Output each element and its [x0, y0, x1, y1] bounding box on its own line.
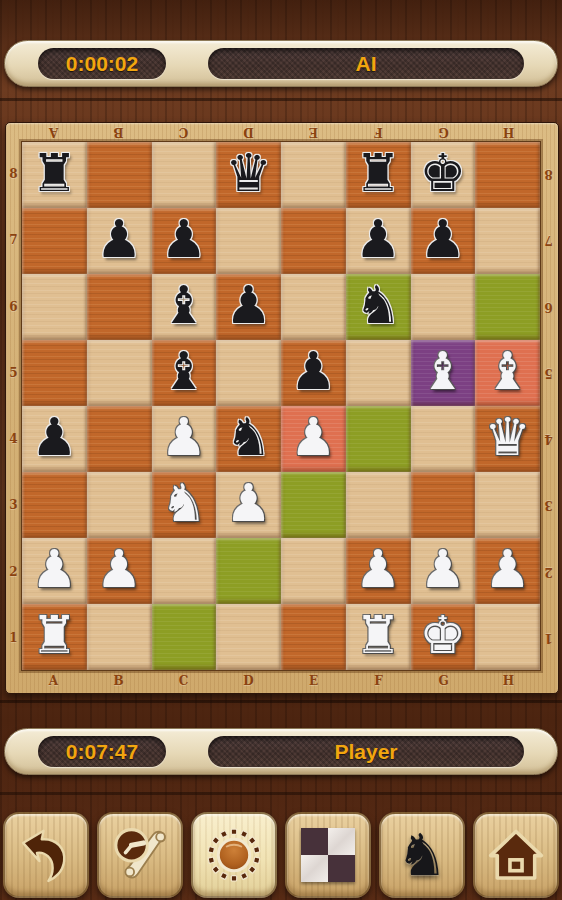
file-label-b: B	[86, 671, 151, 691]
opponent-timer: 0:00:02	[38, 48, 166, 79]
square-g7[interactable]: ♟	[411, 208, 476, 274]
rank-label-1: 1	[6, 605, 21, 671]
rank-label-6: 6	[541, 274, 556, 340]
piece-black-knight: ♞	[225, 411, 272, 463]
square-f7[interactable]: ♟	[346, 208, 411, 274]
square-e2[interactable]	[281, 538, 346, 604]
square-h8[interactable]	[475, 142, 540, 208]
rank-label-7: 7	[6, 207, 21, 273]
square-f2[interactable]: ♟	[346, 538, 411, 604]
square-f5[interactable]	[346, 340, 411, 406]
file-label-a: A	[21, 671, 86, 691]
player-timer: 0:07:47	[38, 736, 166, 767]
rank-label-2: 2	[6, 539, 21, 605]
piece-white-queen: ♛	[484, 411, 531, 463]
rank-labels-left: 87654321	[6, 141, 21, 671]
piece-black-pawn: ♟	[31, 411, 78, 463]
square-f8[interactable]: ♜	[346, 142, 411, 208]
square-g6[interactable]	[411, 274, 476, 340]
square-g8[interactable]: ♚	[411, 142, 476, 208]
square-b4[interactable]	[87, 406, 152, 472]
piece-black-knight: ♞	[355, 279, 402, 331]
file-label-b: B	[86, 123, 151, 141]
rank-labels-right: 87654321	[541, 141, 556, 671]
rank-label-5: 5	[541, 340, 556, 406]
square-e5[interactable]: ♟	[281, 340, 346, 406]
toolbar: ♞	[3, 812, 559, 898]
square-e3[interactable]	[281, 472, 346, 538]
rank-label-3: 3	[541, 472, 556, 538]
settings-button[interactable]	[191, 812, 277, 898]
square-c4[interactable]: ♟	[152, 406, 217, 472]
square-h6[interactable]	[475, 274, 540, 340]
rank-label-7: 7	[541, 207, 556, 273]
square-d6[interactable]: ♟	[216, 274, 281, 340]
undo-arrow-icon	[17, 826, 75, 884]
rank-label-4: 4	[6, 406, 21, 472]
square-g3[interactable]	[411, 472, 476, 538]
piece-white-pawn: ♟	[31, 543, 78, 595]
piece-white-pawn: ♟	[355, 543, 402, 595]
rank-label-4: 4	[541, 406, 556, 472]
file-label-a: A	[21, 123, 86, 141]
square-b8[interactable]	[87, 142, 152, 208]
chess-board[interactable]: ♜♛♜♚♟♟♟♟♝♟♞♝♟♝♝♟♟♞♟♛♞♟♟♟♟♟♟♜♜♚	[21, 141, 541, 671]
piece-white-pawn: ♟	[225, 477, 272, 529]
square-a6[interactable]	[22, 274, 87, 340]
piece-black-pawn: ♟	[161, 213, 208, 265]
square-c2[interactable]	[152, 538, 217, 604]
file-labels-bottom: ABCDEFGH	[21, 671, 541, 691]
file-label-f: F	[346, 123, 411, 141]
square-d8[interactable]: ♛	[216, 142, 281, 208]
square-d7[interactable]	[216, 208, 281, 274]
file-label-c: C	[151, 671, 216, 691]
square-c1[interactable]	[152, 604, 217, 670]
file-label-d: D	[216, 671, 281, 691]
file-label-h: H	[476, 123, 541, 141]
square-c6[interactable]: ♝	[152, 274, 217, 340]
piece-white-bishop: ♝	[420, 345, 467, 397]
square-d5[interactable]	[216, 340, 281, 406]
square-b5[interactable]	[87, 340, 152, 406]
square-e4[interactable]: ♟	[281, 406, 346, 472]
file-labels-top: ABCDEFGH	[21, 123, 541, 141]
square-h4[interactable]: ♛	[475, 406, 540, 472]
rank-label-8: 8	[541, 141, 556, 207]
square-f1[interactable]: ♜	[346, 604, 411, 670]
square-a8[interactable]: ♜	[22, 142, 87, 208]
file-label-d: D	[216, 123, 281, 141]
chess-board-frame: ABCDEFGH 87654321 ♜♛♜♚♟♟♟♟♝♟♞♝♟♝♝♟♟♞♟♛♞♟…	[5, 122, 559, 694]
file-label-e: E	[281, 123, 346, 141]
piece-black-bishop: ♝	[161, 279, 208, 331]
piece-black-pawn: ♟	[225, 279, 272, 331]
file-label-e: E	[281, 671, 346, 691]
piece-white-pawn: ♟	[290, 411, 337, 463]
piece-white-pawn: ♟	[420, 543, 467, 595]
file-label-g: G	[411, 123, 476, 141]
square-a5[interactable]	[22, 340, 87, 406]
piece-white-rook: ♜	[31, 609, 78, 661]
square-a4[interactable]: ♟	[22, 406, 87, 472]
rank-label-5: 5	[6, 340, 21, 406]
square-b6[interactable]	[87, 274, 152, 340]
square-a1[interactable]: ♜	[22, 604, 87, 670]
square-b7[interactable]: ♟	[87, 208, 152, 274]
piece-black-pawn: ♟	[96, 213, 143, 265]
rank-label-1: 1	[541, 605, 556, 671]
square-a7[interactable]	[22, 208, 87, 274]
player-name: Player	[208, 736, 524, 767]
piece-white-knight: ♞	[161, 477, 208, 529]
square-f3[interactable]	[346, 472, 411, 538]
square-f6[interactable]: ♞	[346, 274, 411, 340]
piece-black-king: ♚	[420, 147, 467, 199]
undo-button[interactable]	[3, 812, 89, 898]
rank-label-2: 2	[541, 539, 556, 605]
square-a2[interactable]: ♟	[22, 538, 87, 604]
piece-black-rook: ♜	[355, 147, 402, 199]
square-c5[interactable]: ♝	[152, 340, 217, 406]
square-e7[interactable]	[281, 208, 346, 274]
piece-black-pawn: ♟	[355, 213, 402, 265]
square-h3[interactable]	[475, 472, 540, 538]
file-label-h: H	[476, 671, 541, 691]
square-e6[interactable]	[281, 274, 346, 340]
square-h2[interactable]: ♟	[475, 538, 540, 604]
square-e8[interactable]	[281, 142, 346, 208]
square-g2[interactable]: ♟	[411, 538, 476, 604]
square-c3[interactable]: ♞	[152, 472, 217, 538]
opponent-info-bar: 0:00:02 AI	[4, 40, 558, 87]
piece-black-bishop: ♝	[161, 345, 208, 397]
square-e1[interactable]	[281, 604, 346, 670]
piece-white-king: ♚	[420, 609, 467, 661]
square-h5[interactable]: ♝	[475, 340, 540, 406]
home-icon	[487, 826, 545, 884]
wooden-dial-icon	[205, 826, 263, 884]
piece-black-rook: ♜	[31, 147, 78, 199]
rank-label-6: 6	[6, 274, 21, 340]
checkerboard-icon	[301, 828, 355, 882]
rank-label-8: 8	[6, 141, 21, 207]
board-theme-button[interactable]	[285, 812, 371, 898]
square-c7[interactable]: ♟	[152, 208, 217, 274]
chess-app-screen: { "game": "chess", "position": "r2q1rk1/…	[0, 0, 562, 900]
move-history-button[interactable]	[97, 812, 183, 898]
square-g5[interactable]: ♝	[411, 340, 476, 406]
square-d4[interactable]: ♞	[216, 406, 281, 472]
square-d1[interactable]	[216, 604, 281, 670]
piece-white-pawn: ♟	[484, 543, 531, 595]
file-label-f: F	[346, 671, 411, 691]
square-c8[interactable]	[152, 142, 217, 208]
square-g4[interactable]	[411, 406, 476, 472]
square-f4[interactable]	[346, 406, 411, 472]
square-d3[interactable]: ♟	[216, 472, 281, 538]
square-g1[interactable]: ♚	[411, 604, 476, 670]
square-b2[interactable]: ♟	[87, 538, 152, 604]
square-h7[interactable]	[475, 208, 540, 274]
square-d2[interactable]	[216, 538, 281, 604]
square-h1[interactable]	[475, 604, 540, 670]
piece-white-pawn: ♟	[96, 543, 143, 595]
square-b1[interactable]	[87, 604, 152, 670]
home-button[interactable]	[473, 812, 559, 898]
black-knight-icon: ♞	[396, 826, 448, 884]
piece-set-button[interactable]: ♞	[379, 812, 465, 898]
piece-black-pawn: ♟	[420, 213, 467, 265]
piece-white-bishop: ♝	[484, 345, 531, 397]
opponent-name: AI	[208, 48, 524, 79]
square-b3[interactable]	[87, 472, 152, 538]
player-info-bar: 0:07:47 Player	[4, 728, 558, 775]
file-label-c: C	[151, 123, 216, 141]
file-label-g: G	[411, 671, 476, 691]
piece-white-rook: ♜	[355, 609, 402, 661]
piece-black-queen: ♛	[225, 147, 272, 199]
square-a3[interactable]	[22, 472, 87, 538]
rank-label-3: 3	[6, 472, 21, 538]
piece-black-pawn: ♟	[290, 345, 337, 397]
clock-scroll-icon	[111, 826, 169, 884]
piece-white-pawn: ♟	[161, 411, 208, 463]
